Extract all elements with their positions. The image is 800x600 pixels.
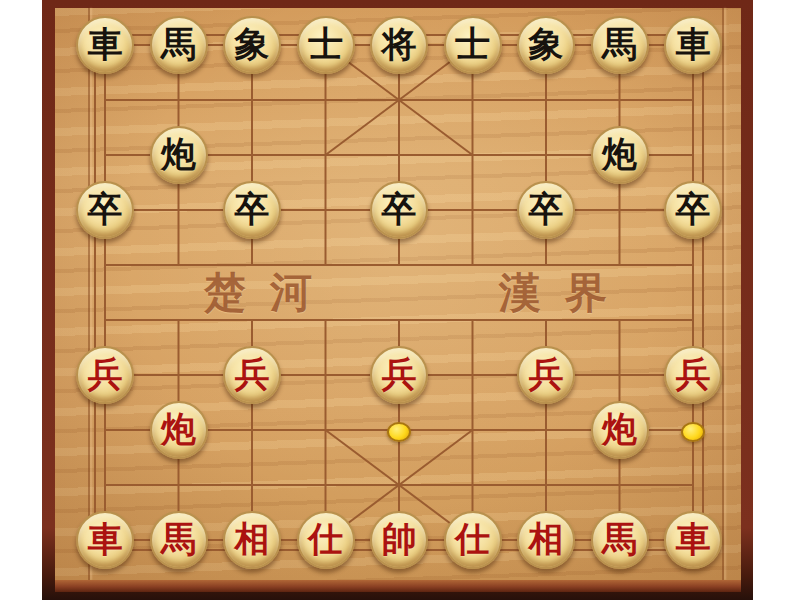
piece-red-elephant[interactable]: 相 [517, 511, 575, 569]
piece-character: 炮 [602, 412, 637, 447]
board-frame [42, 0, 753, 600]
piece-black-cannon[interactable]: 炮 [591, 126, 649, 184]
piece-black-soldier[interactable]: 卒 [76, 181, 134, 239]
piece-character: 車 [676, 27, 711, 62]
piece-red-soldier[interactable]: 兵 [517, 346, 575, 404]
piece-black-elephant[interactable]: 象 [517, 16, 575, 74]
piece-black-horse[interactable]: 馬 [591, 16, 649, 74]
piece-red-soldier[interactable]: 兵 [76, 346, 134, 404]
piece-character: 炮 [161, 137, 196, 172]
piece-black-soldier[interactable]: 卒 [223, 181, 281, 239]
piece-character: 相 [529, 522, 564, 557]
piece-character: 兵 [676, 357, 711, 392]
wood-seam-right [722, 8, 724, 580]
piece-character: 帥 [382, 522, 417, 557]
piece-red-advisor[interactable]: 仕 [297, 511, 355, 569]
piece-red-elephant[interactable]: 相 [223, 511, 281, 569]
piece-black-soldier[interactable]: 卒 [370, 181, 428, 239]
piece-black-horse[interactable]: 馬 [150, 16, 208, 74]
move-highlight-dot[interactable] [387, 422, 411, 442]
piece-character: 士 [308, 27, 343, 62]
piece-black-chariot[interactable]: 車 [76, 16, 134, 74]
piece-black-advisor[interactable]: 士 [444, 16, 502, 74]
wood-seam-left [88, 8, 90, 580]
piece-black-elephant[interactable]: 象 [223, 16, 281, 74]
piece-character: 炮 [602, 137, 637, 172]
piece-character: 仕 [455, 522, 490, 557]
piece-character: 卒 [676, 192, 711, 227]
piece-red-soldier[interactable]: 兵 [223, 346, 281, 404]
river-text-chu: 楚河 [180, 265, 336, 321]
piece-red-chariot[interactable]: 車 [76, 511, 134, 569]
piece-character: 兵 [88, 357, 123, 392]
xiangqi-app: 楚河 漢界 車馬象士将士象馬車炮炮卒卒卒卒卒兵兵兵兵兵炮炮車馬相仕帥仕相馬車 [0, 0, 800, 600]
piece-red-horse[interactable]: 馬 [591, 511, 649, 569]
piece-character: 車 [88, 27, 123, 62]
piece-character: 卒 [529, 192, 564, 227]
piece-character: 馬 [161, 27, 196, 62]
move-highlight-dot[interactable] [681, 422, 705, 442]
piece-character: 兵 [382, 357, 417, 392]
piece-red-horse[interactable]: 馬 [150, 511, 208, 569]
piece-character: 象 [529, 27, 564, 62]
river-text-han: 漢界 [475, 265, 631, 321]
piece-character: 炮 [161, 412, 196, 447]
piece-black-soldier[interactable]: 卒 [664, 181, 722, 239]
piece-red-soldier[interactable]: 兵 [370, 346, 428, 404]
piece-character: 将 [382, 27, 417, 62]
piece-character: 兵 [235, 357, 270, 392]
board-bottom-ledge [55, 580, 741, 592]
piece-character: 車 [676, 522, 711, 557]
piece-character: 馬 [161, 522, 196, 557]
piece-red-advisor[interactable]: 仕 [444, 511, 502, 569]
piece-character: 卒 [235, 192, 270, 227]
piece-red-cannon[interactable]: 炮 [150, 401, 208, 459]
piece-black-general[interactable]: 将 [370, 16, 428, 74]
piece-red-general[interactable]: 帥 [370, 511, 428, 569]
piece-black-cannon[interactable]: 炮 [150, 126, 208, 184]
piece-black-chariot[interactable]: 車 [664, 16, 722, 74]
piece-black-advisor[interactable]: 士 [297, 16, 355, 74]
piece-red-soldier[interactable]: 兵 [664, 346, 722, 404]
piece-red-cannon[interactable]: 炮 [591, 401, 649, 459]
piece-character: 士 [455, 27, 490, 62]
piece-character: 卒 [88, 192, 123, 227]
piece-character: 車 [88, 522, 123, 557]
piece-character: 仕 [308, 522, 343, 557]
piece-character: 象 [235, 27, 270, 62]
board-surface[interactable] [55, 8, 741, 580]
piece-character: 馬 [602, 27, 637, 62]
piece-character: 相 [235, 522, 270, 557]
piece-character: 卒 [382, 192, 417, 227]
piece-character: 馬 [602, 522, 637, 557]
piece-character: 兵 [529, 357, 564, 392]
piece-black-soldier[interactable]: 卒 [517, 181, 575, 239]
piece-red-chariot[interactable]: 車 [664, 511, 722, 569]
